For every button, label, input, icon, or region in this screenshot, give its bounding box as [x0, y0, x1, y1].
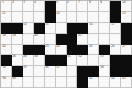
clue-number: 10: [122, 1, 125, 4]
white-cell[interactable]: [34, 12, 45, 23]
white-cell[interactable]: [99, 34, 110, 45]
black-cell: [121, 34, 132, 45]
black-cell: [23, 45, 34, 56]
black-cell: [12, 23, 23, 34]
white-cell[interactable]: 10: [121, 1, 132, 12]
clue-number: 15: [45, 23, 48, 26]
white-cell[interactable]: 43: [121, 77, 132, 88]
clue-number: 24: [56, 45, 59, 48]
clue-number: 9: [100, 1, 102, 4]
white-cell[interactable]: 12: [56, 12, 67, 23]
black-cell: [45, 55, 56, 66]
black-cell: [34, 45, 45, 56]
white-cell[interactable]: 24: [56, 45, 67, 56]
white-cell[interactable]: 31: [67, 55, 78, 66]
white-cell[interactable]: 9: [99, 1, 110, 12]
white-cell[interactable]: 17: [110, 23, 121, 34]
white-cell[interactable]: 40: [12, 77, 23, 88]
white-cell[interactable]: 36: [45, 66, 56, 77]
clue-number: 27: [122, 45, 125, 48]
clue-number: 37: [56, 66, 59, 69]
clue-number: 4: [34, 1, 36, 4]
white-cell[interactable]: [88, 55, 99, 66]
white-cell[interactable]: [88, 34, 99, 45]
black-cell: [110, 66, 121, 77]
clue-number: 18: [2, 34, 5, 37]
clue-number: 43: [122, 77, 125, 80]
white-cell[interactable]: 11: [1, 12, 12, 23]
clue-number: 25: [89, 45, 92, 48]
white-cell[interactable]: 14: [23, 23, 34, 34]
clue-number: 36: [45, 66, 48, 69]
black-cell: [110, 1, 121, 12]
black-cell: [67, 34, 78, 45]
clue-number: 22: [2, 45, 5, 48]
clue-number: 20: [34, 34, 37, 37]
black-cell: [34, 23, 45, 34]
black-cell: [67, 45, 78, 56]
white-cell[interactable]: [12, 45, 23, 56]
white-cell[interactable]: [45, 77, 56, 88]
clue-number: 17: [111, 23, 114, 26]
white-cell[interactable]: 42: [110, 77, 121, 88]
white-cell[interactable]: 8: [88, 1, 99, 12]
white-cell[interactable]: 20: [34, 34, 45, 45]
white-cell[interactable]: [45, 34, 56, 45]
white-cell[interactable]: 16: [88, 23, 99, 34]
white-cell[interactable]: 28: [12, 55, 23, 66]
black-cell: [88, 66, 99, 77]
white-cell[interactable]: 21: [77, 34, 88, 45]
white-cell[interactable]: 18: [1, 34, 12, 45]
black-cell: [121, 23, 132, 34]
black-cell: [1, 55, 12, 66]
clue-number: 28: [12, 55, 15, 58]
clue-number: 38: [100, 66, 103, 69]
clue-number: 31: [67, 55, 70, 58]
clue-number: 29: [23, 55, 26, 58]
white-cell[interactable]: 27: [121, 45, 132, 56]
clue-number: 11: [2, 12, 5, 15]
clue-number: 41: [89, 77, 92, 80]
black-cell: [110, 12, 121, 23]
white-cell[interactable]: 5: [56, 1, 67, 12]
white-cell[interactable]: 13: [121, 12, 132, 23]
clue-number: 3: [23, 1, 25, 4]
white-cell[interactable]: 35: [23, 66, 34, 77]
black-cell: [121, 55, 132, 66]
clue-number: 19: [12, 34, 15, 37]
black-cell: [45, 12, 56, 23]
black-cell: [56, 34, 67, 45]
white-cell[interactable]: 32: [77, 55, 88, 66]
white-cell[interactable]: [34, 66, 45, 77]
white-cell[interactable]: [56, 23, 67, 34]
white-cell[interactable]: [110, 34, 121, 45]
white-cell[interactable]: 19: [12, 34, 23, 45]
white-cell[interactable]: [77, 12, 88, 23]
white-cell[interactable]: [67, 77, 78, 88]
clue-number: 2: [12, 1, 14, 4]
clue-number: 34: [2, 66, 5, 69]
black-cell: [77, 77, 88, 88]
clue-number: 42: [111, 77, 114, 80]
white-cell[interactable]: [99, 12, 110, 23]
white-cell[interactable]: [23, 12, 34, 23]
clue-number: 33: [100, 55, 103, 58]
black-cell: [99, 45, 110, 56]
white-cell[interactable]: 7: [77, 1, 88, 12]
clue-number: 30: [34, 55, 37, 58]
clue-number: 14: [23, 23, 26, 26]
black-cell: [67, 23, 78, 34]
black-cell: [56, 55, 67, 66]
clue-number: 1: [2, 1, 4, 4]
white-cell[interactable]: 3: [23, 1, 34, 12]
clue-number: 12: [56, 12, 59, 15]
crossword-grid: 1234567891011121314151617181920212223242…: [0, 0, 132, 88]
white-cell[interactable]: [23, 77, 34, 88]
clue-number: 23: [45, 45, 48, 48]
black-cell: [1, 23, 12, 34]
white-cell[interactable]: [88, 12, 99, 23]
white-cell[interactable]: 38: [99, 66, 110, 77]
white-cell[interactable]: [12, 12, 23, 23]
clue-number: 32: [78, 55, 81, 58]
black-cell: [121, 66, 132, 77]
black-cell: [12, 66, 23, 77]
white-cell[interactable]: 6: [67, 1, 78, 12]
black-cell: [77, 23, 88, 34]
white-cell[interactable]: [56, 77, 67, 88]
white-cell[interactable]: 33: [99, 55, 110, 66]
clue-number: 16: [89, 23, 92, 26]
white-cell[interactable]: 4: [34, 1, 45, 12]
clue-number: 40: [12, 77, 15, 80]
white-cell[interactable]: 34: [1, 66, 12, 77]
clue-number: 35: [23, 66, 26, 69]
black-cell: [110, 55, 121, 66]
white-cell[interactable]: 22: [1, 45, 12, 56]
white-cell[interactable]: 15: [45, 23, 56, 34]
white-cell[interactable]: 1: [1, 1, 12, 12]
white-cell[interactable]: 25: [88, 45, 99, 56]
black-cell: [77, 66, 88, 77]
white-cell[interactable]: 29: [23, 55, 34, 66]
clue-number: 39: [2, 77, 5, 80]
black-cell: [45, 1, 56, 12]
white-cell[interactable]: 37: [56, 66, 67, 77]
white-cell[interactable]: [99, 77, 110, 88]
white-cell[interactable]: 30: [34, 55, 45, 66]
white-cell[interactable]: [34, 77, 45, 88]
white-cell[interactable]: [23, 34, 34, 45]
white-cell[interactable]: 39: [1, 77, 12, 88]
white-cell[interactable]: [99, 23, 110, 34]
clue-number: 7: [78, 1, 80, 4]
white-cell[interactable]: [67, 12, 78, 23]
clue-number: 26: [111, 45, 114, 48]
clue-number: 6: [67, 1, 69, 4]
white-cell[interactable]: 2: [12, 1, 23, 12]
clue-number: 8: [89, 1, 91, 4]
white-cell[interactable]: 26: [110, 45, 121, 56]
white-cell[interactable]: 23: [45, 45, 56, 56]
white-cell[interactable]: [67, 66, 78, 77]
clue-number: 21: [78, 34, 81, 37]
clue-number: 13: [122, 12, 125, 15]
black-cell: [77, 45, 88, 56]
clue-number: 5: [56, 1, 58, 4]
white-cell[interactable]: 41: [88, 77, 99, 88]
